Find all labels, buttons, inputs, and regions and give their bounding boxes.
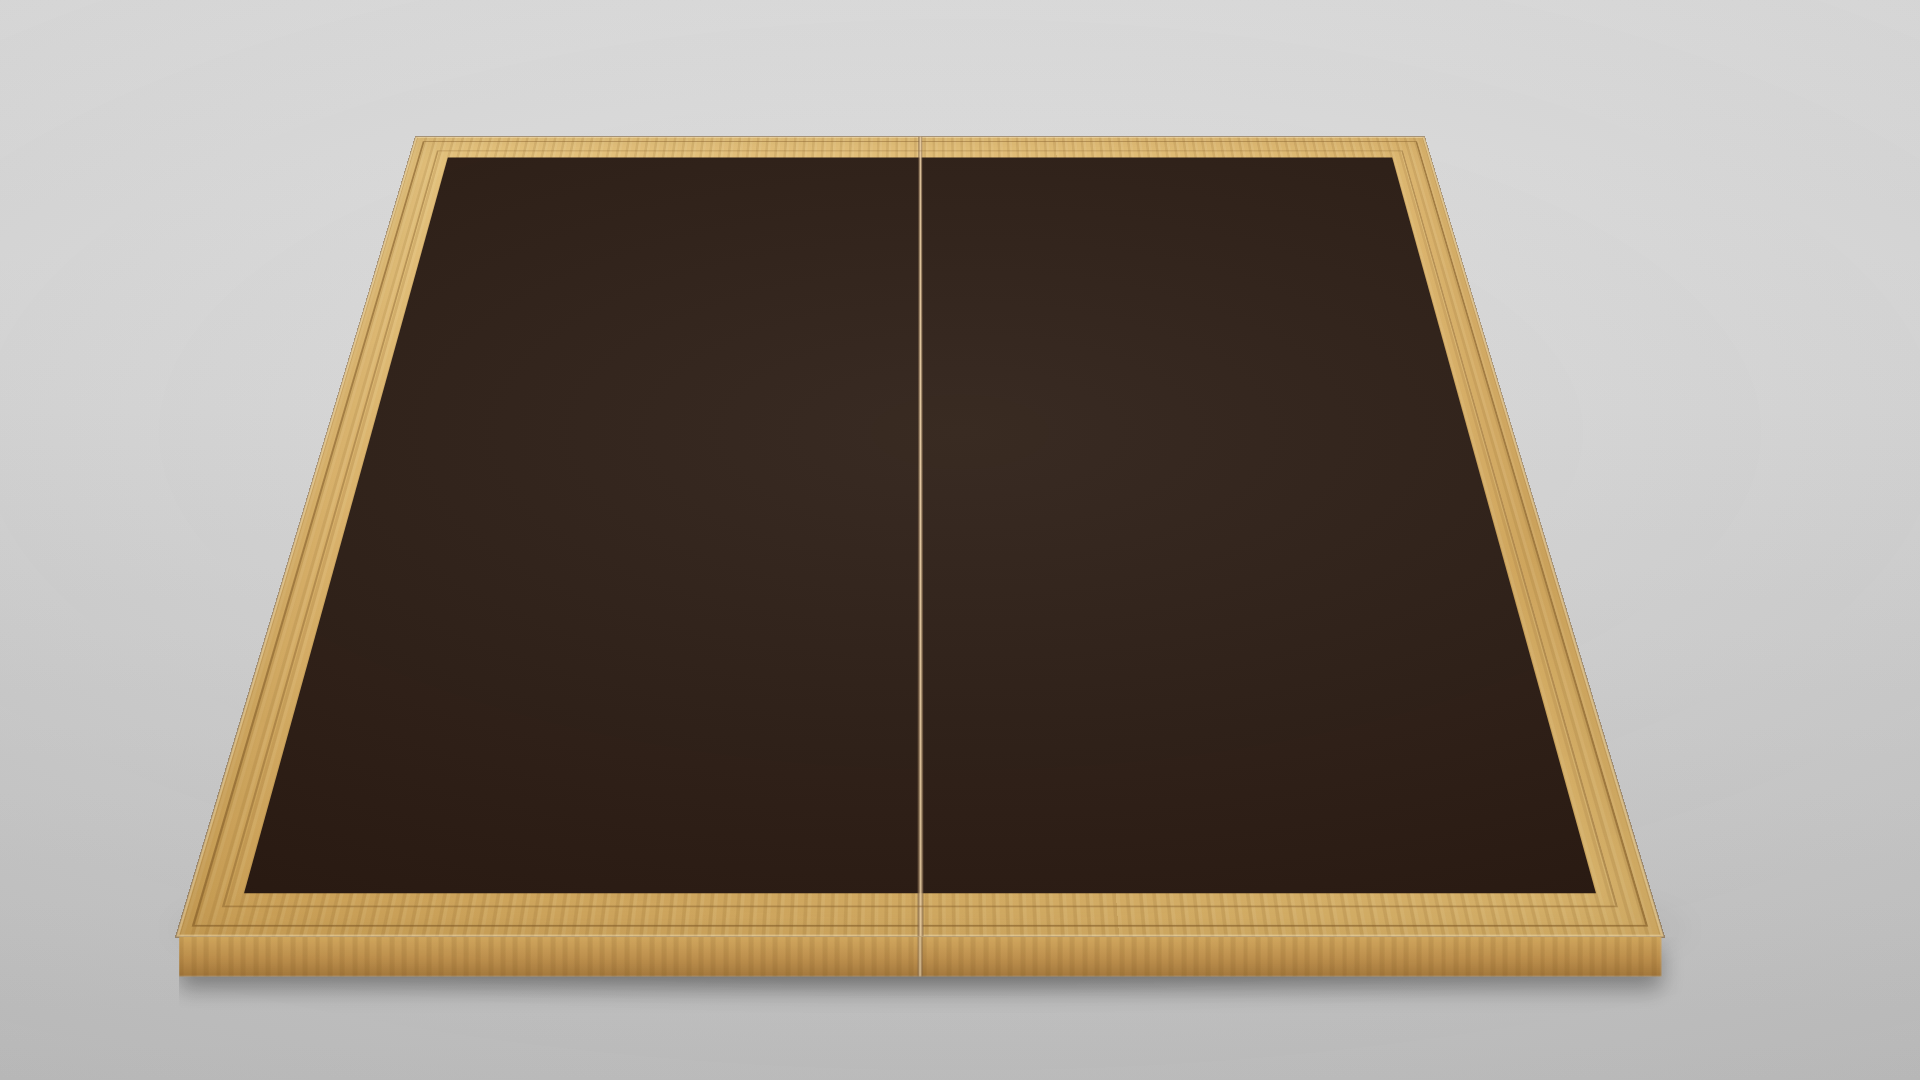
squares-grid [253, 160, 1587, 887]
board-inner-well [244, 157, 1596, 893]
chessboard [176, 137, 1663, 937]
playing-field [253, 160, 1587, 887]
scene-3d[interactable] [0, 0, 1920, 1080]
render-viewport [0, 0, 1920, 1080]
board-side-edge [179, 937, 1661, 977]
